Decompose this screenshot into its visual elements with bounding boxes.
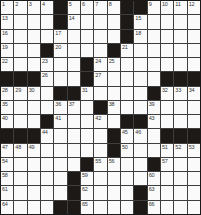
cell-r14-c10[interactable] bbox=[121, 186, 133, 199]
clue-number: 6 bbox=[82, 1, 85, 7]
cell-r8-c8 bbox=[94, 101, 106, 114]
cell-r13-c8[interactable] bbox=[94, 172, 106, 185]
cell-r12-c11[interactable] bbox=[134, 158, 146, 171]
cell-r7-c2[interactable]: 29 bbox=[14, 87, 26, 100]
cell-r7-c13[interactable]: 32 bbox=[161, 87, 173, 100]
cell-r5-c9[interactable]: 25 bbox=[108, 58, 120, 71]
clue-number: 3 bbox=[29, 1, 32, 7]
clue-number: 12 bbox=[189, 1, 195, 7]
cell-r14-c3[interactable] bbox=[28, 186, 40, 199]
cell-r5-c1[interactable]: 22 bbox=[1, 58, 13, 71]
cell-r10-c14 bbox=[174, 129, 186, 142]
cell-r9-c15[interactable] bbox=[188, 115, 200, 128]
cell-r15-c7[interactable]: 65 bbox=[81, 201, 93, 214]
cell-r1-c3[interactable]: 3 bbox=[28, 1, 40, 14]
clue-number: 43 bbox=[149, 115, 155, 121]
cell-r6-c2 bbox=[14, 72, 26, 85]
cell-r14-c4[interactable] bbox=[41, 186, 53, 199]
clue-number: 10 bbox=[162, 1, 168, 7]
cell-r4-c1[interactable]: 19 bbox=[1, 44, 13, 57]
cell-r1-c10 bbox=[121, 1, 133, 14]
cell-r15-c10[interactable] bbox=[121, 201, 133, 214]
cell-r2-c15[interactable] bbox=[188, 15, 200, 28]
cell-r6-c15 bbox=[188, 72, 200, 85]
clue-number: 46 bbox=[135, 129, 141, 135]
cell-r1-c9[interactable]: 8 bbox=[108, 1, 120, 14]
cell-r5-c12[interactable] bbox=[148, 58, 160, 71]
clue-number: 55 bbox=[95, 158, 101, 164]
cell-r11-c4[interactable] bbox=[41, 144, 53, 157]
cell-r6-c13 bbox=[161, 72, 173, 85]
cell-r12-c9[interactable]: 56 bbox=[108, 158, 120, 171]
clue-number: 60 bbox=[149, 172, 155, 178]
crossword-grid: 1234567891011121314151617181920212223242… bbox=[0, 0, 201, 215]
cell-r8-c12[interactable]: 39 bbox=[148, 101, 160, 114]
cell-r9-c1[interactable]: 40 bbox=[1, 115, 13, 128]
cell-r8-c10[interactable] bbox=[121, 101, 133, 114]
cell-r12-c4[interactable] bbox=[41, 158, 53, 171]
cell-r13-c9[interactable] bbox=[108, 172, 120, 185]
cell-r13-c15[interactable] bbox=[188, 172, 200, 185]
clue-number: 7 bbox=[95, 1, 98, 7]
cell-r7-c14[interactable]: 33 bbox=[174, 87, 186, 100]
cell-r6-c5[interactable] bbox=[54, 72, 66, 85]
cell-r6-c14 bbox=[174, 72, 186, 85]
cell-r3-c13[interactable] bbox=[161, 30, 173, 43]
clue-number: 62 bbox=[82, 186, 88, 192]
cell-r3-c6[interactable] bbox=[68, 30, 80, 43]
cell-r4-c6[interactable] bbox=[68, 44, 80, 57]
clue-number: 28 bbox=[2, 87, 8, 93]
cell-r2-c12[interactable] bbox=[148, 15, 160, 28]
cell-r11-c1[interactable]: 47 bbox=[1, 144, 13, 157]
cell-r15-c9[interactable] bbox=[108, 201, 120, 214]
cell-r11-c9 bbox=[108, 144, 120, 157]
clue-number: 21 bbox=[122, 44, 128, 50]
clue-number: 42 bbox=[95, 115, 101, 121]
cell-r5-c10[interactable] bbox=[121, 58, 133, 71]
cell-r15-c1[interactable]: 64 bbox=[1, 201, 13, 214]
cell-r6-c8[interactable]: 27 bbox=[94, 72, 106, 85]
clue-number: 41 bbox=[55, 115, 61, 121]
cell-r15-c8[interactable] bbox=[94, 201, 106, 214]
cell-r14-c9[interactable] bbox=[108, 186, 120, 199]
cell-r9-c4 bbox=[41, 115, 53, 128]
cell-r13-c1[interactable]: 58 bbox=[1, 172, 13, 185]
cell-r12-c10[interactable] bbox=[121, 158, 133, 171]
cell-r12-c8[interactable]: 55 bbox=[94, 158, 106, 171]
cell-r5-c6[interactable] bbox=[68, 58, 80, 71]
clue-number: 56 bbox=[109, 158, 115, 164]
cell-r14-c6 bbox=[68, 186, 80, 199]
cell-r8-c9[interactable]: 38 bbox=[108, 101, 120, 114]
cell-r4-c14[interactable] bbox=[174, 44, 186, 57]
cell-r15-c13[interactable] bbox=[161, 201, 173, 214]
clue-number: 29 bbox=[15, 87, 21, 93]
cell-r7-c3[interactable]: 30 bbox=[28, 87, 40, 100]
cell-r14-c1[interactable]: 61 bbox=[1, 186, 13, 199]
clue-number: 44 bbox=[42, 129, 48, 135]
cell-r1-c13[interactable]: 10 bbox=[161, 1, 173, 14]
clue-number: 27 bbox=[95, 72, 101, 78]
clue-number: 66 bbox=[149, 201, 155, 207]
cell-r11-c10[interactable]: 50 bbox=[121, 144, 133, 157]
cell-r15-c6 bbox=[68, 201, 80, 214]
cell-r8-c7[interactable] bbox=[81, 101, 93, 114]
cell-r12-c2[interactable] bbox=[14, 158, 26, 171]
clue-number: 5 bbox=[69, 1, 72, 7]
cell-r4-c3[interactable] bbox=[28, 44, 40, 57]
cell-r11-c12[interactable] bbox=[148, 144, 160, 157]
clue-number: 9 bbox=[149, 1, 152, 7]
cell-r12-c7 bbox=[81, 158, 93, 171]
cell-r6-c4[interactable]: 26 bbox=[41, 72, 53, 85]
cell-r2-c11[interactable]: 15 bbox=[134, 15, 146, 28]
clue-number: 23 bbox=[42, 58, 48, 64]
cell-r11-c11[interactable] bbox=[134, 144, 146, 157]
clue-number: 18 bbox=[135, 30, 141, 36]
cell-r3-c1[interactable]: 16 bbox=[1, 30, 13, 43]
crossword-puzzle: 1234567891011121314151617181920212223242… bbox=[0, 0, 201, 215]
clue-number: 8 bbox=[109, 1, 112, 7]
cell-r15-c4[interactable] bbox=[41, 201, 53, 214]
clue-number: 31 bbox=[82, 87, 88, 93]
cell-r3-c3[interactable] bbox=[28, 30, 40, 43]
cell-r1-c15[interactable]: 12 bbox=[188, 1, 200, 14]
cell-r1-c6[interactable]: 5 bbox=[68, 1, 80, 14]
cell-r6-c9[interactable] bbox=[108, 72, 120, 85]
cell-r7-c9[interactable] bbox=[108, 87, 120, 100]
cell-r5-c15[interactable] bbox=[188, 58, 200, 71]
cell-r4-c9 bbox=[108, 44, 120, 57]
cell-r8-c5[interactable]: 36 bbox=[54, 101, 66, 114]
cell-r8-c15[interactable] bbox=[188, 101, 200, 114]
cell-r6-c7 bbox=[81, 72, 93, 85]
cell-r12-c13[interactable]: 57 bbox=[161, 158, 173, 171]
cell-r9-c7[interactable] bbox=[81, 115, 93, 128]
cell-r13-c12[interactable]: 60 bbox=[148, 172, 160, 185]
cell-r2-c6[interactable]: 14 bbox=[68, 15, 80, 28]
cell-r4-c12[interactable] bbox=[148, 44, 160, 57]
clue-number: 11 bbox=[175, 1, 180, 7]
cell-r15-c15[interactable] bbox=[188, 201, 200, 214]
cell-r10-c7[interactable] bbox=[81, 129, 93, 142]
clue-number: 63 bbox=[149, 186, 155, 192]
cell-r15-c3[interactable] bbox=[28, 201, 40, 214]
cell-r10-c3 bbox=[28, 129, 40, 142]
cell-r13-c11[interactable] bbox=[134, 172, 146, 185]
cell-r7-c11[interactable] bbox=[134, 87, 146, 100]
cell-r10-c11[interactable]: 46 bbox=[134, 129, 146, 142]
cell-r12-c15[interactable] bbox=[188, 158, 200, 171]
clue-number: 47 bbox=[2, 144, 8, 150]
cell-r8-c11[interactable] bbox=[134, 101, 146, 114]
clue-number: 38 bbox=[109, 101, 115, 107]
cell-r1-c12[interactable]: 9 bbox=[148, 1, 160, 14]
clue-number: 48 bbox=[15, 144, 21, 150]
cell-r10-c15 bbox=[188, 129, 200, 142]
cell-r6-c10[interactable] bbox=[121, 72, 133, 85]
cell-r4-c2[interactable] bbox=[14, 44, 26, 57]
cell-r10-c4[interactable]: 44 bbox=[41, 129, 53, 142]
cell-r11-c8[interactable] bbox=[94, 144, 106, 157]
cell-r10-c10[interactable]: 45 bbox=[121, 129, 133, 142]
cell-r5-c14[interactable] bbox=[174, 58, 186, 71]
cell-r9-c2[interactable] bbox=[14, 115, 26, 128]
cell-r1-c2[interactable]: 2 bbox=[14, 1, 26, 14]
clue-number: 19 bbox=[2, 44, 8, 50]
cell-r3-c14[interactable] bbox=[174, 30, 186, 43]
cell-r13-c3[interactable] bbox=[28, 172, 40, 185]
cell-r1-c1[interactable]: 1 bbox=[1, 1, 13, 14]
cell-r5-c2[interactable] bbox=[14, 58, 26, 71]
cell-r15-c12[interactable]: 66 bbox=[148, 201, 160, 214]
clue-number: 61 bbox=[2, 186, 8, 192]
cell-r6-c1 bbox=[1, 72, 13, 85]
clue-number: 35 bbox=[2, 101, 8, 107]
cell-r15-c11 bbox=[134, 201, 146, 214]
cell-r12-c5[interactable] bbox=[54, 158, 66, 171]
cell-r10-c12[interactable] bbox=[148, 129, 160, 142]
cell-r4-c8[interactable] bbox=[94, 44, 106, 57]
cell-r1-c7[interactable]: 6 bbox=[81, 1, 93, 14]
cell-r14-c11 bbox=[134, 186, 146, 199]
cell-r12-c14[interactable] bbox=[174, 158, 186, 171]
cell-r9-c6[interactable] bbox=[68, 115, 80, 128]
clue-number: 54 bbox=[2, 158, 8, 164]
cell-r4-c11[interactable] bbox=[134, 44, 146, 57]
cell-r12-c6[interactable] bbox=[68, 158, 80, 171]
cell-r3-c12[interactable] bbox=[148, 30, 160, 43]
cell-r8-c14[interactable] bbox=[174, 101, 186, 114]
cell-r14-c14[interactable] bbox=[174, 186, 186, 199]
clue-number: 13 bbox=[2, 15, 8, 21]
cell-r11-c13[interactable]: 51 bbox=[161, 144, 173, 157]
clue-number: 4 bbox=[42, 1, 45, 7]
clue-number: 26 bbox=[42, 72, 48, 78]
cell-r8-c3[interactable] bbox=[28, 101, 40, 114]
cell-r1-c8[interactable]: 7 bbox=[94, 1, 106, 14]
cell-r3-c4[interactable] bbox=[41, 30, 53, 43]
cell-r8-c13[interactable] bbox=[161, 101, 173, 114]
cell-r14-c7[interactable]: 62 bbox=[81, 186, 93, 199]
cell-r14-c2[interactable] bbox=[14, 186, 26, 199]
cell-r3-c11[interactable]: 18 bbox=[134, 30, 146, 43]
cell-r5-c8[interactable]: 24 bbox=[94, 58, 106, 71]
cell-r3-c15[interactable] bbox=[188, 30, 200, 43]
cell-r1-c5 bbox=[54, 1, 66, 14]
cell-r10-c5[interactable] bbox=[54, 129, 66, 142]
clue-number: 16 bbox=[2, 30, 8, 36]
cell-r13-c2[interactable] bbox=[14, 172, 26, 185]
cell-r13-c14[interactable] bbox=[174, 172, 186, 185]
clue-number: 30 bbox=[29, 87, 35, 93]
cell-r14-c13[interactable] bbox=[161, 186, 173, 199]
clue-number: 49 bbox=[29, 144, 35, 150]
cell-r5-c7 bbox=[81, 58, 93, 71]
cell-r6-c3 bbox=[28, 72, 40, 85]
clue-number: 51 bbox=[162, 144, 168, 150]
cell-r11-c7[interactable] bbox=[81, 144, 93, 157]
cell-r9-c13[interactable] bbox=[161, 115, 173, 128]
cell-r7-c15[interactable]: 34 bbox=[188, 87, 200, 100]
cell-r12-c3[interactable] bbox=[28, 158, 40, 171]
cell-r2-c3[interactable] bbox=[28, 15, 40, 28]
cell-r13-c4[interactable] bbox=[41, 172, 53, 185]
cell-r11-c3[interactable]: 49 bbox=[28, 144, 40, 157]
cell-r8-c4[interactable] bbox=[41, 101, 53, 114]
cell-r11-c2[interactable]: 48 bbox=[14, 144, 26, 157]
cell-r4-c7[interactable] bbox=[81, 44, 93, 57]
cell-r2-c7[interactable] bbox=[81, 15, 93, 28]
clue-number: 1 bbox=[2, 1, 5, 7]
cell-r3-c9[interactable] bbox=[108, 30, 120, 43]
cell-r13-c7[interactable]: 59 bbox=[81, 172, 93, 185]
cell-r15-c14[interactable] bbox=[174, 201, 186, 214]
cell-r5-c5[interactable] bbox=[54, 58, 66, 71]
clue-number: 2 bbox=[15, 1, 18, 7]
cell-r1-c11 bbox=[134, 1, 146, 14]
clue-number: 32 bbox=[162, 87, 168, 93]
cell-r4-c15[interactable] bbox=[188, 44, 200, 57]
cell-r9-c11 bbox=[134, 115, 146, 128]
cell-r7-c12 bbox=[148, 87, 160, 100]
cell-r7-c10[interactable] bbox=[121, 87, 133, 100]
cell-r10-c8[interactable] bbox=[94, 129, 106, 142]
cell-r3-c7[interactable] bbox=[81, 30, 93, 43]
cell-r9-c10 bbox=[121, 115, 133, 128]
clue-number: 15 bbox=[135, 15, 141, 21]
cell-r9-c12[interactable]: 43 bbox=[148, 115, 160, 128]
cell-r11-c5[interactable] bbox=[54, 144, 66, 157]
clue-number: 25 bbox=[109, 58, 115, 64]
cell-r6-c6[interactable] bbox=[68, 72, 80, 85]
cell-r4-c4 bbox=[41, 44, 53, 57]
cell-r13-c10[interactable] bbox=[121, 172, 133, 185]
cell-r14-c15[interactable] bbox=[188, 186, 200, 199]
cell-r2-c1[interactable]: 13 bbox=[1, 15, 13, 28]
cell-r13-c13[interactable] bbox=[161, 172, 173, 185]
cell-r5-c11[interactable] bbox=[134, 58, 146, 71]
cell-r4-c10[interactable]: 21 bbox=[121, 44, 133, 57]
cell-r9-c3[interactable] bbox=[28, 115, 40, 128]
cell-r4-c13[interactable] bbox=[161, 44, 173, 57]
cell-r7-c1[interactable]: 28 bbox=[1, 87, 13, 100]
cell-r3-c2[interactable] bbox=[14, 30, 26, 43]
cell-r9-c14[interactable] bbox=[174, 115, 186, 128]
clue-number: 64 bbox=[2, 201, 8, 207]
cell-r5-c3[interactable] bbox=[28, 58, 40, 71]
cell-r12-c12 bbox=[148, 158, 160, 171]
cell-r2-c2[interactable] bbox=[14, 15, 26, 28]
clue-number: 45 bbox=[122, 129, 128, 135]
clue-number: 50 bbox=[122, 144, 128, 150]
cell-r9-c5[interactable]: 41 bbox=[54, 115, 66, 128]
clue-number: 14 bbox=[69, 15, 75, 21]
cell-r2-c4[interactable] bbox=[41, 15, 53, 28]
clue-number: 33 bbox=[175, 87, 181, 93]
cell-r6-c11[interactable] bbox=[134, 72, 146, 85]
clue-number: 17 bbox=[55, 30, 61, 36]
cell-r2-c10 bbox=[121, 15, 133, 28]
clue-number: 22 bbox=[2, 58, 8, 64]
clue-number: 52 bbox=[175, 144, 181, 150]
cell-r15-c5 bbox=[54, 201, 66, 214]
cell-r5-c13[interactable] bbox=[161, 58, 173, 71]
cell-r12-c1[interactable]: 54 bbox=[1, 158, 13, 171]
cell-r11-c14[interactable]: 52 bbox=[174, 144, 186, 157]
cell-r2-c8[interactable] bbox=[94, 15, 106, 28]
clue-number: 24 bbox=[95, 58, 101, 64]
cell-r7-c4[interactable] bbox=[41, 87, 53, 100]
cell-r2-c13[interactable] bbox=[161, 15, 173, 28]
cell-r2-c9[interactable] bbox=[108, 15, 120, 28]
cell-r10-c9 bbox=[108, 129, 120, 142]
clue-number: 34 bbox=[189, 87, 195, 93]
cell-r8-c6[interactable]: 37 bbox=[68, 101, 80, 114]
clue-number: 57 bbox=[162, 158, 168, 164]
cell-r10-c1 bbox=[1, 129, 13, 142]
cell-r15-c2[interactable] bbox=[14, 201, 26, 214]
cell-r14-c12[interactable]: 63 bbox=[148, 186, 160, 199]
clue-number: 37 bbox=[69, 101, 75, 107]
cell-r1-c14[interactable]: 11 bbox=[174, 1, 186, 14]
cell-r2-c5 bbox=[54, 15, 66, 28]
cell-r10-c2 bbox=[14, 129, 26, 142]
cell-r2-c14[interactable] bbox=[174, 15, 186, 28]
clue-number: 65 bbox=[82, 201, 88, 207]
cell-r13-c6 bbox=[68, 172, 80, 185]
cell-r9-c9[interactable] bbox=[108, 115, 120, 128]
cell-r5-c4[interactable]: 23 bbox=[41, 58, 53, 71]
clue-number: 40 bbox=[2, 115, 8, 121]
cell-r11-c6[interactable] bbox=[68, 144, 80, 157]
cell-r10-c13 bbox=[161, 129, 173, 142]
cell-r14-c5[interactable] bbox=[54, 186, 66, 199]
cell-r10-c6[interactable] bbox=[68, 129, 80, 142]
cell-r3-c5[interactable]: 17 bbox=[54, 30, 66, 43]
clue-number: 20 bbox=[55, 44, 61, 50]
cell-r3-c10 bbox=[121, 30, 133, 43]
cell-r11-c15[interactable]: 53 bbox=[188, 144, 200, 157]
cell-r4-c5[interactable]: 20 bbox=[54, 44, 66, 57]
cell-r14-c8[interactable] bbox=[94, 186, 106, 199]
clue-number: 39 bbox=[149, 101, 155, 107]
cell-r1-c4[interactable]: 4 bbox=[41, 1, 53, 14]
cell-r7-c5 bbox=[54, 87, 66, 100]
clue-number: 59 bbox=[82, 172, 88, 178]
clue-number: 58 bbox=[2, 172, 8, 178]
cell-r13-c5[interactable] bbox=[54, 172, 66, 185]
cell-r9-c8[interactable]: 42 bbox=[94, 115, 106, 128]
cell-r8-c2[interactable] bbox=[14, 101, 26, 114]
cell-r3-c8[interactable] bbox=[94, 30, 106, 43]
cell-r7-c7[interactable]: 31 bbox=[81, 87, 93, 100]
cell-r8-c1[interactable]: 35 bbox=[1, 101, 13, 114]
clue-number: 36 bbox=[55, 101, 61, 107]
cell-r7-c6 bbox=[68, 87, 80, 100]
cell-r6-c12[interactable] bbox=[148, 72, 160, 85]
cell-r7-c8[interactable] bbox=[94, 87, 106, 100]
clue-number: 53 bbox=[189, 144, 195, 150]
